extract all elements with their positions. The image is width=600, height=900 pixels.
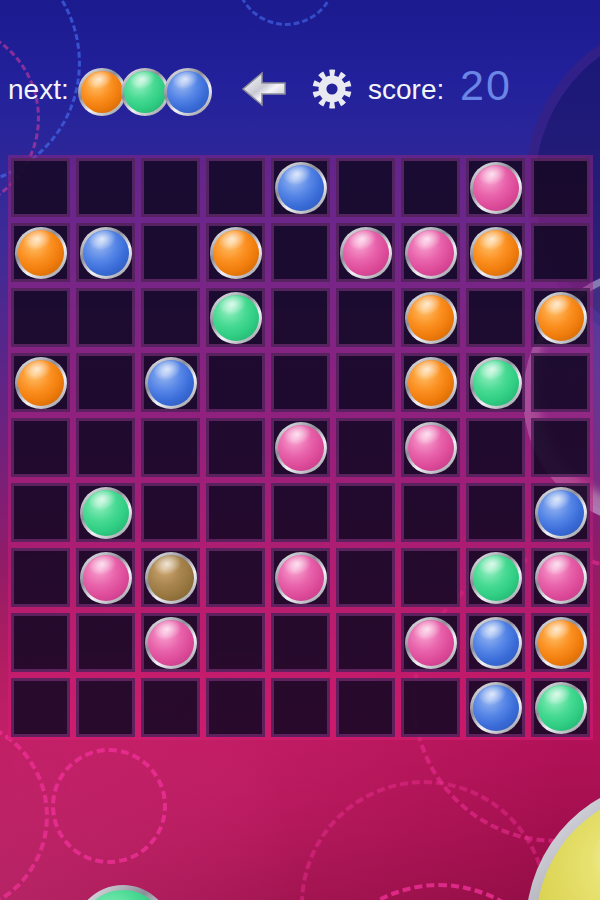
- pink-ball[interactable]: [145, 617, 197, 669]
- cell-r5c8[interactable]: [528, 480, 593, 545]
- cell-r3c3[interactable]: [203, 350, 268, 415]
- cell-r7c6[interactable]: [398, 610, 463, 675]
- cell-r3c7[interactable]: [463, 350, 528, 415]
- cell-r6c0[interactable]: [8, 545, 73, 610]
- cell-r5c2[interactable]: [138, 480, 203, 545]
- next-label: next:: [8, 74, 69, 106]
- orange-ball[interactable]: [405, 292, 457, 344]
- cell-r4c4[interactable]: [268, 415, 333, 480]
- cell-r0c5[interactable]: [333, 155, 398, 220]
- green-ball[interactable]: [210, 292, 262, 344]
- cell-r4c5[interactable]: [333, 415, 398, 480]
- cell-r4c0[interactable]: [8, 415, 73, 480]
- pink-ball[interactable]: [535, 552, 587, 604]
- cell-r2c4[interactable]: [268, 285, 333, 350]
- cell-r7c8[interactable]: [528, 610, 593, 675]
- cell-r2c5[interactable]: [333, 285, 398, 350]
- blue-ball[interactable]: [470, 682, 522, 734]
- dashed-circle-decoration: [235, 0, 337, 26]
- cell-r1c3[interactable]: [203, 220, 268, 285]
- cell-r1c5[interactable]: [333, 220, 398, 285]
- cell-r5c3[interactable]: [203, 480, 268, 545]
- green-ball[interactable]: [80, 487, 132, 539]
- cell-r1c0[interactable]: [8, 220, 73, 285]
- cell-r5c4[interactable]: [268, 480, 333, 545]
- cell-r2c3[interactable]: [203, 285, 268, 350]
- cell-r4c6[interactable]: [398, 415, 463, 480]
- orange-ball[interactable]: [15, 227, 67, 279]
- cell-r2c8[interactable]: [528, 285, 593, 350]
- orange-ball[interactable]: [210, 227, 262, 279]
- cell-r7c2[interactable]: [138, 610, 203, 675]
- cell-r5c1[interactable]: [73, 480, 138, 545]
- green-ball[interactable]: [470, 552, 522, 604]
- cell-r4c2[interactable]: [138, 415, 203, 480]
- cell-r2c1[interactable]: [73, 285, 138, 350]
- cell-r7c3[interactable]: [203, 610, 268, 675]
- cell-r8c1[interactable]: [73, 675, 138, 740]
- cell-r6c7[interactable]: [463, 545, 528, 610]
- blue-ball[interactable]: [145, 357, 197, 409]
- cell-r1c8[interactable]: [528, 220, 593, 285]
- next-ball-blue: [164, 68, 212, 116]
- cell-r6c2[interactable]: [138, 545, 203, 610]
- cell-r2c6[interactable]: [398, 285, 463, 350]
- cell-r0c7[interactable]: [463, 155, 528, 220]
- blue-ball[interactable]: [80, 227, 132, 279]
- pink-ball[interactable]: [405, 617, 457, 669]
- back-arrow-icon: [241, 69, 287, 109]
- cell-r0c2[interactable]: [138, 155, 203, 220]
- blue-ball[interactable]: [535, 487, 587, 539]
- dashed-circle-decoration: [0, 716, 49, 900]
- cell-r4c1[interactable]: [73, 415, 138, 480]
- cell-r6c1[interactable]: [73, 545, 138, 610]
- cell-r8c2[interactable]: [138, 675, 203, 740]
- pink-ball[interactable]: [275, 422, 327, 474]
- game-screen: next: score: 20: [0, 0, 600, 900]
- cell-r5c0[interactable]: [8, 480, 73, 545]
- cell-r0c1[interactable]: [73, 155, 138, 220]
- pink-ball[interactable]: [470, 162, 522, 214]
- cell-r8c8[interactable]: [528, 675, 593, 740]
- dashed-circle-decoration: [300, 780, 548, 900]
- green-ball[interactable]: [535, 682, 587, 734]
- cell-r3c6[interactable]: [398, 350, 463, 415]
- decorative-yellow-ball: [526, 779, 600, 900]
- decorative-green-ball: [74, 885, 172, 900]
- cell-r8c0[interactable]: [8, 675, 73, 740]
- cell-r1c4[interactable]: [268, 220, 333, 285]
- orange-ball[interactable]: [405, 357, 457, 409]
- cell-r6c8[interactable]: [528, 545, 593, 610]
- cell-r0c3[interactable]: [203, 155, 268, 220]
- cell-r1c7[interactable]: [463, 220, 528, 285]
- cell-r2c2[interactable]: [138, 285, 203, 350]
- cell-r3c4[interactable]: [268, 350, 333, 415]
- dashed-circle-decoration: [51, 748, 167, 864]
- cell-r8c3[interactable]: [203, 675, 268, 740]
- cell-r7c5[interactable]: [333, 610, 398, 675]
- orange-ball[interactable]: [535, 292, 587, 344]
- gear-icon: [308, 64, 356, 114]
- pink-ball[interactable]: [340, 227, 392, 279]
- cell-r0c4[interactable]: [268, 155, 333, 220]
- cell-r1c6[interactable]: [398, 220, 463, 285]
- cell-r6c3[interactable]: [203, 545, 268, 610]
- cell-r2c7[interactable]: [463, 285, 528, 350]
- green-ball[interactable]: [470, 357, 522, 409]
- pink-ball[interactable]: [80, 552, 132, 604]
- board: [8, 155, 593, 740]
- cell-r6c4[interactable]: [268, 545, 333, 610]
- next-ball-orange: [78, 68, 126, 116]
- settings-button[interactable]: [308, 64, 356, 114]
- cell-r4c8[interactable]: [528, 415, 593, 480]
- cell-r3c0[interactable]: [8, 350, 73, 415]
- cell-r5c6[interactable]: [398, 480, 463, 545]
- cell-r4c3[interactable]: [203, 415, 268, 480]
- blue-ball[interactable]: [275, 162, 327, 214]
- cell-r0c0[interactable]: [8, 155, 73, 220]
- brown-ball[interactable]: [145, 552, 197, 604]
- cell-r6c5[interactable]: [333, 545, 398, 610]
- cell-r7c1[interactable]: [73, 610, 138, 675]
- cell-r1c1[interactable]: [73, 220, 138, 285]
- cell-r8c6[interactable]: [398, 675, 463, 740]
- cell-r4c7[interactable]: [463, 415, 528, 480]
- cell-r3c8[interactable]: [528, 350, 593, 415]
- cell-r3c1[interactable]: [73, 350, 138, 415]
- cell-r7c4[interactable]: [268, 610, 333, 675]
- cell-r8c7[interactable]: [463, 675, 528, 740]
- cell-r8c5[interactable]: [333, 675, 398, 740]
- cell-r8c4[interactable]: [268, 675, 333, 740]
- cell-r2c0[interactable]: [8, 285, 73, 350]
- next-ball-green: [121, 68, 169, 116]
- cell-r0c8[interactable]: [528, 155, 593, 220]
- cell-r7c7[interactable]: [463, 610, 528, 675]
- cell-r3c5[interactable]: [333, 350, 398, 415]
- pink-ball[interactable]: [275, 552, 327, 604]
- pink-ball[interactable]: [405, 422, 457, 474]
- orange-ball[interactable]: [470, 227, 522, 279]
- dashed-circle-decoration: [310, 883, 568, 900]
- cell-r5c5[interactable]: [333, 480, 398, 545]
- score-label: score:: [368, 74, 444, 106]
- cell-r6c6[interactable]: [398, 545, 463, 610]
- back-button[interactable]: [241, 69, 287, 109]
- cell-r1c2[interactable]: [138, 220, 203, 285]
- orange-ball[interactable]: [535, 617, 587, 669]
- blue-ball[interactable]: [470, 617, 522, 669]
- cell-r3c2[interactable]: [138, 350, 203, 415]
- pink-ball[interactable]: [405, 227, 457, 279]
- next-balls-tray: [78, 68, 207, 116]
- cell-r7c0[interactable]: [8, 610, 73, 675]
- score-value: 20: [460, 61, 512, 110]
- cell-r0c6[interactable]: [398, 155, 463, 220]
- orange-ball[interactable]: [15, 357, 67, 409]
- cell-r5c7[interactable]: [463, 480, 528, 545]
